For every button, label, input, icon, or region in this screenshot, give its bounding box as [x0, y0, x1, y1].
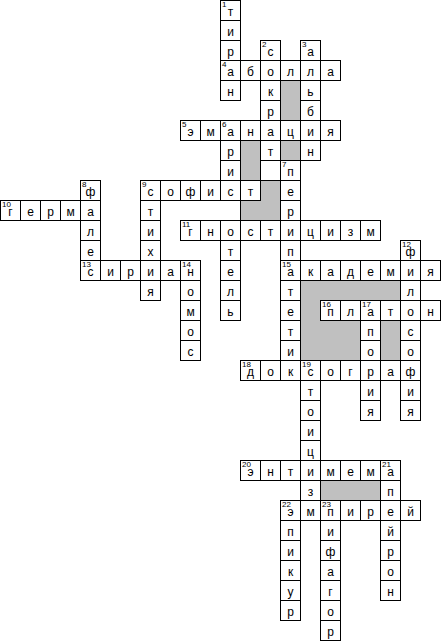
- cell-r11c9[interactable]: г11: [180, 220, 201, 241]
- cell-letter: н: [301, 146, 320, 159]
- cell-r9c7[interactable]: с9: [140, 180, 161, 201]
- cell-r14c11[interactable]: л: [220, 280, 241, 301]
- cell-letter: о: [181, 286, 200, 299]
- cell-r22c15[interactable]: ц: [300, 440, 321, 461]
- cell-letter: е: [281, 306, 300, 319]
- cell-r23c19[interactable]: а21: [380, 460, 401, 481]
- cell-letter: н: [261, 466, 280, 479]
- cell-r4c13[interactable]: к: [260, 80, 281, 101]
- blocked-cell-r7c12: [240, 140, 261, 161]
- cell-letter: и: [321, 226, 340, 239]
- blocked-seam: [340, 321, 341, 340]
- cell-r31c16[interactable]: р: [320, 620, 341, 641]
- cell-letter: е: [341, 466, 360, 479]
- cell-r13c19[interactable]: м: [380, 260, 401, 281]
- cell-r25c14[interactable]: э22: [280, 500, 301, 521]
- cell-r11c18[interactable]: м: [360, 220, 381, 241]
- cell-r20c18[interactable]: я: [360, 400, 381, 421]
- cell-r24c19[interactable]: п: [380, 480, 401, 501]
- cell-r2c15[interactable]: а3: [300, 40, 321, 61]
- cell-r13c5[interactable]: и: [100, 260, 121, 281]
- blocked-cell-r7c14: [280, 140, 301, 161]
- cell-letter: з: [301, 486, 320, 499]
- cell-r12c11[interactable]: т: [220, 240, 241, 261]
- cell-letter: а: [321, 66, 340, 79]
- cell-r28c14[interactable]: к: [280, 560, 301, 581]
- blocked-cell-r5c14: [280, 100, 301, 121]
- cell-r9c11[interactable]: с: [220, 180, 241, 201]
- blocked-cell-r14c17: [340, 280, 361, 301]
- cell-r25c15[interactable]: м: [300, 500, 321, 521]
- cell-r26c16[interactable]: и: [320, 520, 341, 541]
- blocked-cell-r14c19: [380, 280, 401, 301]
- cell-r23c14[interactable]: т: [280, 460, 301, 481]
- cell-letter: р: [321, 626, 340, 639]
- blocked-cell-r24c18: [360, 480, 381, 501]
- cell-r10c7[interactable]: т: [140, 200, 161, 221]
- blocked-seam: [301, 340, 320, 341]
- cell-r12c20[interactable]: ф12: [400, 240, 421, 261]
- clue-number: 3: [302, 41, 306, 49]
- blocked-cell-r9c13: [260, 180, 281, 201]
- cell-letter: м: [361, 226, 380, 239]
- blocked-seam: [380, 281, 381, 300]
- blocked-seam: [241, 160, 260, 161]
- cell-letter: л: [81, 226, 100, 239]
- cell-letter: р: [281, 606, 300, 619]
- cell-r9c8[interactable]: о: [160, 180, 181, 201]
- cell-r17c14[interactable]: и: [280, 340, 301, 361]
- clue-number: 9: [142, 181, 146, 189]
- cell-letter: а: [321, 266, 340, 279]
- cell-r11c12[interactable]: с: [240, 220, 261, 241]
- cell-letter: е: [281, 186, 300, 199]
- cell-r18c18[interactable]: р: [360, 360, 381, 381]
- cell-r8c11[interactable]: и: [220, 160, 241, 181]
- clue-number: 8: [82, 181, 86, 189]
- cell-r13c16[interactable]: а: [320, 260, 341, 281]
- blocked-cell-r17c19: [380, 340, 401, 361]
- cell-r25c20[interactable]: й: [400, 500, 421, 521]
- cell-letter: м: [301, 506, 320, 519]
- cell-letter: я: [141, 286, 160, 299]
- cell-r6c16[interactable]: я: [320, 120, 341, 141]
- cell-r18c20[interactable]: ф: [400, 360, 421, 381]
- cell-letter: а: [81, 206, 100, 219]
- cell-r14c7[interactable]: я: [140, 280, 161, 301]
- cell-letter: м: [181, 306, 200, 319]
- cell-letter: р: [221, 46, 240, 59]
- cell-letter: и: [141, 226, 160, 239]
- cell-r6c14[interactable]: ц: [280, 120, 301, 141]
- cell-r15c17[interactable]: л: [340, 300, 361, 321]
- cell-letter: а: [261, 126, 280, 139]
- cell-letter: й: [401, 506, 420, 519]
- cell-r9c10[interactable]: и: [200, 180, 221, 201]
- cell-r13c20[interactable]: и: [400, 260, 421, 281]
- cell-r18c14[interactable]: к: [280, 360, 301, 381]
- cell-r19c18[interactable]: и: [360, 380, 381, 401]
- cell-letter: б: [241, 66, 260, 79]
- cell-r16c18[interactable]: п: [360, 320, 381, 341]
- cell-r11c13[interactable]: т: [260, 220, 281, 241]
- cell-r13c14[interactable]: а15: [280, 260, 301, 281]
- cell-r15c16[interactable]: п16: [320, 300, 341, 321]
- cell-letter: ф: [321, 546, 340, 559]
- clue-number: 5: [182, 121, 186, 129]
- cell-letter: о: [301, 406, 320, 419]
- cell-r25c18[interactable]: р: [360, 500, 381, 521]
- blocked-seam: [320, 341, 321, 360]
- cell-r14c20[interactable]: л: [400, 280, 421, 301]
- clue-number: 23: [322, 501, 331, 509]
- cell-letter: а: [321, 566, 340, 579]
- cell-letter: т: [221, 246, 240, 259]
- cell-r12c14[interactable]: п: [280, 240, 301, 261]
- cell-r21c15[interactable]: и: [300, 420, 321, 441]
- clue-number: 1: [222, 1, 226, 9]
- cell-letter: о: [161, 186, 180, 199]
- cell-letter: я: [401, 406, 420, 419]
- blocked-seam: [360, 281, 361, 300]
- cell-r29c14[interactable]: у: [280, 580, 301, 601]
- cell-letter: и: [301, 466, 320, 479]
- cell-r15c19[interactable]: т: [380, 300, 401, 321]
- cell-r25c19[interactable]: е: [380, 500, 401, 521]
- cell-r13c11[interactable]: е: [220, 260, 241, 281]
- cell-letter: т: [381, 306, 400, 319]
- cell-letter: р: [121, 266, 140, 279]
- blocked-seam: [360, 481, 361, 500]
- cell-letter: л: [341, 306, 360, 319]
- cell-letter: о: [261, 366, 280, 379]
- cell-r15c18[interactable]: а17: [360, 300, 381, 321]
- cell-r27c19[interactable]: р: [380, 540, 401, 561]
- cell-r9c14[interactable]: е: [280, 180, 301, 201]
- cell-r19c20[interactable]: и: [400, 380, 421, 401]
- cell-r26c14[interactable]: п: [280, 520, 301, 541]
- cell-r13c15[interactable]: к: [300, 260, 321, 281]
- cell-letter: а: [161, 266, 180, 279]
- cell-r18c12[interactable]: д18: [240, 360, 261, 381]
- blocked-seam: [260, 201, 261, 220]
- blocked-cell-r16c16: [320, 320, 341, 341]
- cell-letter: т: [261, 146, 280, 159]
- cell-r23c17[interactable]: е: [340, 460, 361, 481]
- cell-r14c9[interactable]: о: [180, 280, 201, 301]
- cell-letter: г: [341, 366, 360, 379]
- clue-number: 14: [182, 261, 191, 269]
- cell-r11c11[interactable]: о: [220, 220, 241, 241]
- cell-r18c19[interactable]: а: [380, 360, 401, 381]
- cell-letter: и: [221, 166, 240, 179]
- clue-number: 11: [182, 221, 190, 229]
- cell-letter: д: [341, 266, 360, 279]
- blocked-cell-r10c13: [260, 200, 281, 221]
- cell-r3c13[interactable]: о: [260, 60, 281, 81]
- clue-number: 10: [2, 201, 11, 209]
- cell-r11c15[interactable]: ц: [300, 220, 321, 241]
- clue-number: 16: [322, 301, 331, 309]
- cell-letter: е: [381, 506, 400, 519]
- cell-r16c9[interactable]: о: [180, 320, 201, 341]
- cell-r11c7[interactable]: и: [140, 220, 161, 241]
- cell-letter: т: [281, 466, 300, 479]
- cell-letter: р: [361, 366, 380, 379]
- cell-letter: к: [301, 266, 320, 279]
- cell-r26c19[interactable]: й: [380, 520, 401, 541]
- cell-r10c0[interactable]: г10: [0, 200, 21, 221]
- cell-letter: б: [301, 106, 320, 119]
- cell-letter: м: [61, 206, 80, 219]
- clue-number: 6: [222, 121, 226, 129]
- cell-r18c17[interactable]: г: [340, 360, 361, 381]
- cell-r27c14[interactable]: и: [280, 540, 301, 561]
- cell-r17c20[interactable]: о: [400, 340, 421, 361]
- cell-r24c15[interactable]: з: [300, 480, 321, 501]
- cell-r15c11[interactable]: ь: [220, 300, 241, 321]
- cell-letter: п: [281, 526, 300, 539]
- cell-r28c19[interactable]: о: [380, 560, 401, 581]
- cell-r12c4[interactable]: е: [80, 240, 101, 261]
- cell-letter: ь: [221, 306, 240, 319]
- cell-r1c11[interactable]: и: [220, 20, 241, 41]
- cell-r20c20[interactable]: я: [400, 400, 421, 421]
- cell-r18c15[interactable]: с19: [300, 360, 321, 381]
- cell-letter: к: [281, 566, 300, 579]
- cell-r15c21[interactable]: н: [420, 300, 441, 321]
- cell-r15c9[interactable]: м: [180, 300, 201, 321]
- blocked-cell-r8c12: [240, 160, 261, 181]
- cell-r13c7[interactable]: и: [140, 260, 161, 281]
- cell-r7c15[interactable]: н: [300, 140, 321, 161]
- cell-letter: е: [221, 266, 240, 279]
- cell-letter: т: [261, 226, 280, 239]
- cell-letter: е: [361, 266, 380, 279]
- blocked-cell-r16c19: [380, 320, 401, 341]
- cell-letter: и: [401, 386, 420, 399]
- cell-letter: и: [401, 266, 420, 279]
- blocked-seam: [381, 340, 400, 341]
- cell-r10c1[interactable]: е: [20, 200, 41, 221]
- cell-r15c20[interactable]: о: [400, 300, 421, 321]
- cell-letter: х: [141, 246, 160, 259]
- cell-letter: и: [341, 506, 360, 519]
- cell-r25c17[interactable]: и: [340, 500, 361, 521]
- blocked-cell-r14c15: [300, 280, 321, 301]
- cell-letter: я: [321, 126, 340, 139]
- cell-r13c8[interactable]: а: [160, 260, 181, 281]
- cell-letter: т: [141, 206, 160, 219]
- cell-letter: и: [361, 386, 380, 399]
- cell-letter: м: [381, 266, 400, 279]
- blocked-seam: [341, 340, 360, 341]
- cell-r13c18[interactable]: е: [360, 260, 381, 281]
- cell-r25c16[interactable]: п23: [320, 500, 341, 521]
- clue-number: 17: [362, 301, 371, 309]
- cell-r10c4[interactable]: а: [80, 200, 101, 221]
- blocked-seam: [281, 100, 300, 101]
- cell-letter: л: [301, 66, 320, 79]
- cell-r9c9[interactable]: ф: [180, 180, 201, 201]
- blocked-seam: [340, 281, 341, 300]
- cell-letter: с: [181, 346, 200, 359]
- cell-letter: к: [281, 366, 300, 379]
- blocked-seam: [340, 481, 341, 500]
- cell-letter: о: [381, 566, 400, 579]
- cell-r18c16[interactable]: о: [320, 360, 341, 381]
- cell-r13c9[interactable]: н14: [180, 260, 201, 281]
- blocked-seam: [320, 321, 321, 340]
- cell-letter: т: [301, 386, 320, 399]
- cell-r8c14[interactable]: п7: [280, 160, 301, 181]
- cell-r18c13[interactable]: о: [260, 360, 281, 381]
- clue-number: 12: [402, 241, 411, 249]
- cell-r12c7[interactable]: х: [140, 240, 161, 261]
- cell-r2c13[interactable]: с2: [260, 40, 281, 61]
- cell-r3c14[interactable]: л: [280, 60, 301, 81]
- cell-r10c3[interactable]: м: [60, 200, 81, 221]
- cell-letter: я: [421, 266, 440, 279]
- cell-r16c14[interactable]: т: [280, 320, 301, 341]
- cell-r9c4[interactable]: ф8: [80, 180, 101, 201]
- cell-r6c9[interactable]: э5: [180, 120, 201, 141]
- blocked-cell-r15c15: [300, 300, 321, 321]
- cell-r11c4[interactable]: л: [80, 220, 101, 241]
- clue-number: 13: [82, 261, 91, 269]
- cell-letter: ц: [301, 446, 320, 459]
- cell-r3c12[interactable]: б: [240, 60, 261, 81]
- clue-number: 21: [382, 461, 391, 469]
- cell-r10c14[interactable]: р: [280, 200, 301, 221]
- cell-letter: у: [281, 586, 300, 599]
- clue-number: 22: [282, 501, 291, 509]
- cell-r11c10[interactable]: н: [200, 220, 221, 241]
- cell-r30c14[interactable]: р: [280, 600, 301, 621]
- cell-letter: к: [261, 86, 280, 99]
- blocked-cell-r24c16: [320, 480, 341, 501]
- cell-r4c11[interactable]: н: [220, 80, 241, 101]
- cell-letter: с: [221, 186, 240, 199]
- cell-letter: р: [381, 546, 400, 559]
- cell-r11c14[interactable]: и: [280, 220, 301, 241]
- cell-letter: н: [381, 586, 400, 599]
- cell-r13c4[interactable]: с13: [80, 260, 101, 281]
- cell-r10c2[interactable]: р: [40, 200, 61, 221]
- cell-r3c15[interactable]: л: [300, 60, 321, 81]
- cell-r28c16[interactable]: а: [320, 560, 341, 581]
- cell-letter: о: [321, 606, 340, 619]
- cell-r13c6[interactable]: р: [120, 260, 141, 281]
- cell-r27c16[interactable]: ф: [320, 540, 341, 561]
- cell-r9c12[interactable]: т: [240, 180, 261, 201]
- cell-letter: с: [401, 326, 420, 339]
- cell-letter: т: [241, 186, 260, 199]
- blocked-cell-r16c17: [340, 320, 361, 341]
- cell-r16c20[interactable]: с: [400, 320, 421, 341]
- cell-r6c15[interactable]: и: [300, 120, 321, 141]
- cell-r4c15[interactable]: ь: [300, 80, 321, 101]
- cell-r23c12[interactable]: э20: [240, 460, 261, 481]
- cell-letter: о: [361, 346, 380, 359]
- cell-letter: и: [321, 526, 340, 539]
- cell-letter: р: [361, 506, 380, 519]
- cell-letter: л: [281, 66, 300, 79]
- blocked-seam: [320, 281, 321, 300]
- clue-number: 4: [222, 61, 226, 69]
- cell-letter: е: [21, 206, 40, 219]
- cell-r23c16[interactable]: м: [320, 460, 341, 481]
- cell-letter: л: [401, 286, 420, 299]
- cell-r17c9[interactable]: с: [180, 340, 201, 361]
- cell-letter: о: [261, 66, 280, 79]
- cell-r0c11[interactable]: т1: [220, 0, 241, 21]
- blocked-seam: [261, 200, 280, 201]
- cell-r20c15[interactable]: о: [300, 400, 321, 421]
- cell-r11c17[interactable]: з: [340, 220, 361, 241]
- cell-r6c13[interactable]: а: [260, 120, 281, 141]
- cell-r29c19[interactable]: н: [380, 580, 401, 601]
- clue-number: 20: [242, 461, 251, 469]
- cell-r29c16[interactable]: г: [320, 580, 341, 601]
- cell-letter: с: [241, 226, 260, 239]
- cell-letter: т: [281, 286, 300, 299]
- blocked-cell-r24c17: [340, 480, 361, 501]
- cell-letter: н: [421, 306, 440, 319]
- clue-number: 19: [302, 361, 311, 369]
- cell-letter: о: [221, 226, 240, 239]
- cell-r3c11[interactable]: а4: [220, 60, 241, 81]
- cell-r7c13[interactable]: т: [260, 140, 281, 161]
- blocked-cell-r10c12: [240, 200, 261, 221]
- cell-r19c15[interactable]: т: [300, 380, 321, 401]
- cell-letter: и: [101, 266, 120, 279]
- cell-r15c14[interactable]: е: [280, 300, 301, 321]
- cell-letter: и: [281, 346, 300, 359]
- cell-r30c16[interactable]: о: [320, 600, 341, 621]
- cell-r23c18[interactable]: м: [360, 460, 381, 481]
- cell-r23c13[interactable]: н: [260, 460, 281, 481]
- cell-r7c11[interactable]: р: [220, 140, 241, 161]
- cell-r6c10[interactable]: м: [200, 120, 221, 141]
- cell-r3c16[interactable]: а: [320, 60, 341, 81]
- cell-letter: н: [221, 86, 240, 99]
- clue-number: 18: [242, 361, 251, 369]
- cell-letter: о: [401, 346, 420, 359]
- cell-r11c16[interactable]: и: [320, 220, 341, 241]
- blocked-cell-r17c17: [340, 340, 361, 361]
- cell-r5c15[interactable]: б: [300, 100, 321, 121]
- cell-r5c13[interactable]: р: [260, 100, 281, 121]
- cell-letter: е: [81, 246, 100, 259]
- cell-r6c12[interactable]: н: [240, 120, 261, 141]
- cell-r2c11[interactable]: р: [220, 40, 241, 61]
- cell-r6c11[interactable]: а6: [220, 120, 241, 141]
- cell-letter: ф: [401, 366, 420, 379]
- cell-r13c17[interactable]: д: [340, 260, 361, 281]
- blocked-cell-r17c15: [300, 340, 321, 361]
- blocked-seam: [340, 341, 341, 360]
- blocked-cell-r14c18: [360, 280, 381, 301]
- cell-r14c14[interactable]: т: [280, 280, 301, 301]
- blocked-seam: [301, 320, 320, 321]
- cell-letter: й: [381, 526, 400, 539]
- cell-r17c18[interactable]: о: [360, 340, 381, 361]
- cell-letter: ц: [281, 126, 300, 139]
- cell-r13c21[interactable]: я: [420, 260, 441, 281]
- cell-letter: и: [301, 126, 320, 139]
- cell-r23c15[interactable]: и: [300, 460, 321, 481]
